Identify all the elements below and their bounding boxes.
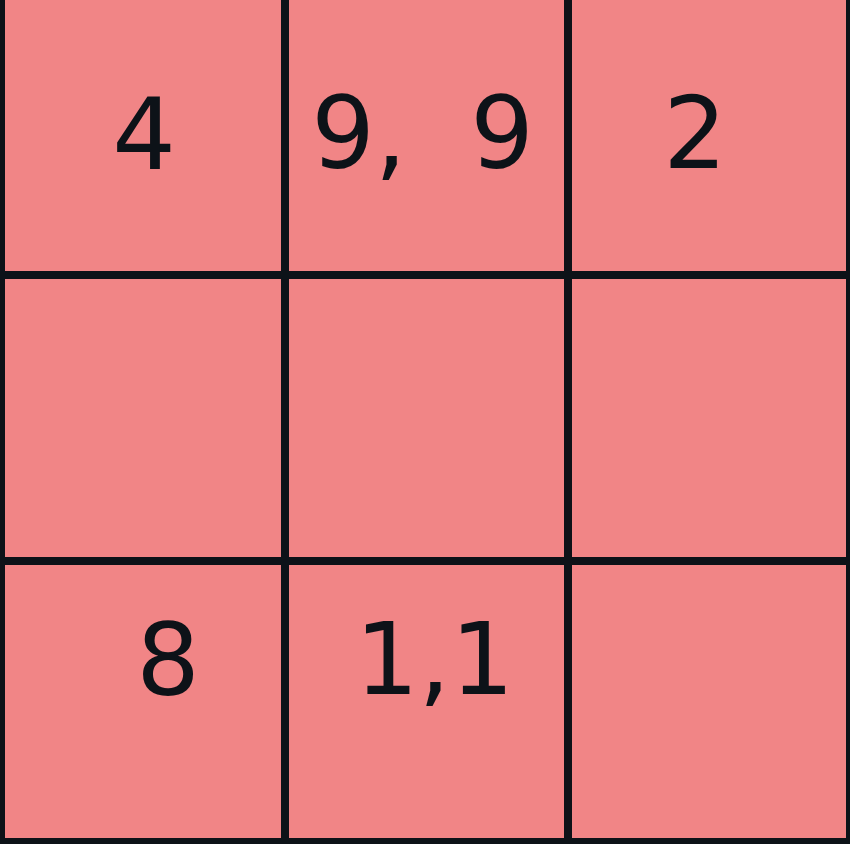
cell-r0c0[interactable]: 4 bbox=[5, 0, 281, 271]
cell-r0c0-text: 4 bbox=[112, 77, 176, 193]
cell-r0c2-text: 2 bbox=[663, 76, 727, 192]
cell-r1c0[interactable] bbox=[5, 279, 281, 557]
cell-r2c0[interactable]: 8 bbox=[5, 565, 281, 838]
cell-r2c0-text: 8 bbox=[136, 603, 200, 719]
cell-r0c1[interactable]: 9, 9 bbox=[289, 0, 564, 271]
cell-r1c1[interactable] bbox=[289, 279, 564, 557]
cell-r2c2[interactable] bbox=[572, 565, 846, 838]
cell-r2c1-text: 1,1 bbox=[355, 602, 514, 718]
cell-r1c2[interactable] bbox=[572, 279, 846, 557]
cell-r0c2[interactable]: 2 bbox=[572, 0, 846, 271]
cell-r0c1-text: 9, 9 bbox=[311, 76, 534, 192]
puzzle-board: 4 9, 9 2 8 1,1 bbox=[0, 0, 850, 844]
cell-r2c1[interactable]: 1,1 bbox=[289, 565, 564, 838]
